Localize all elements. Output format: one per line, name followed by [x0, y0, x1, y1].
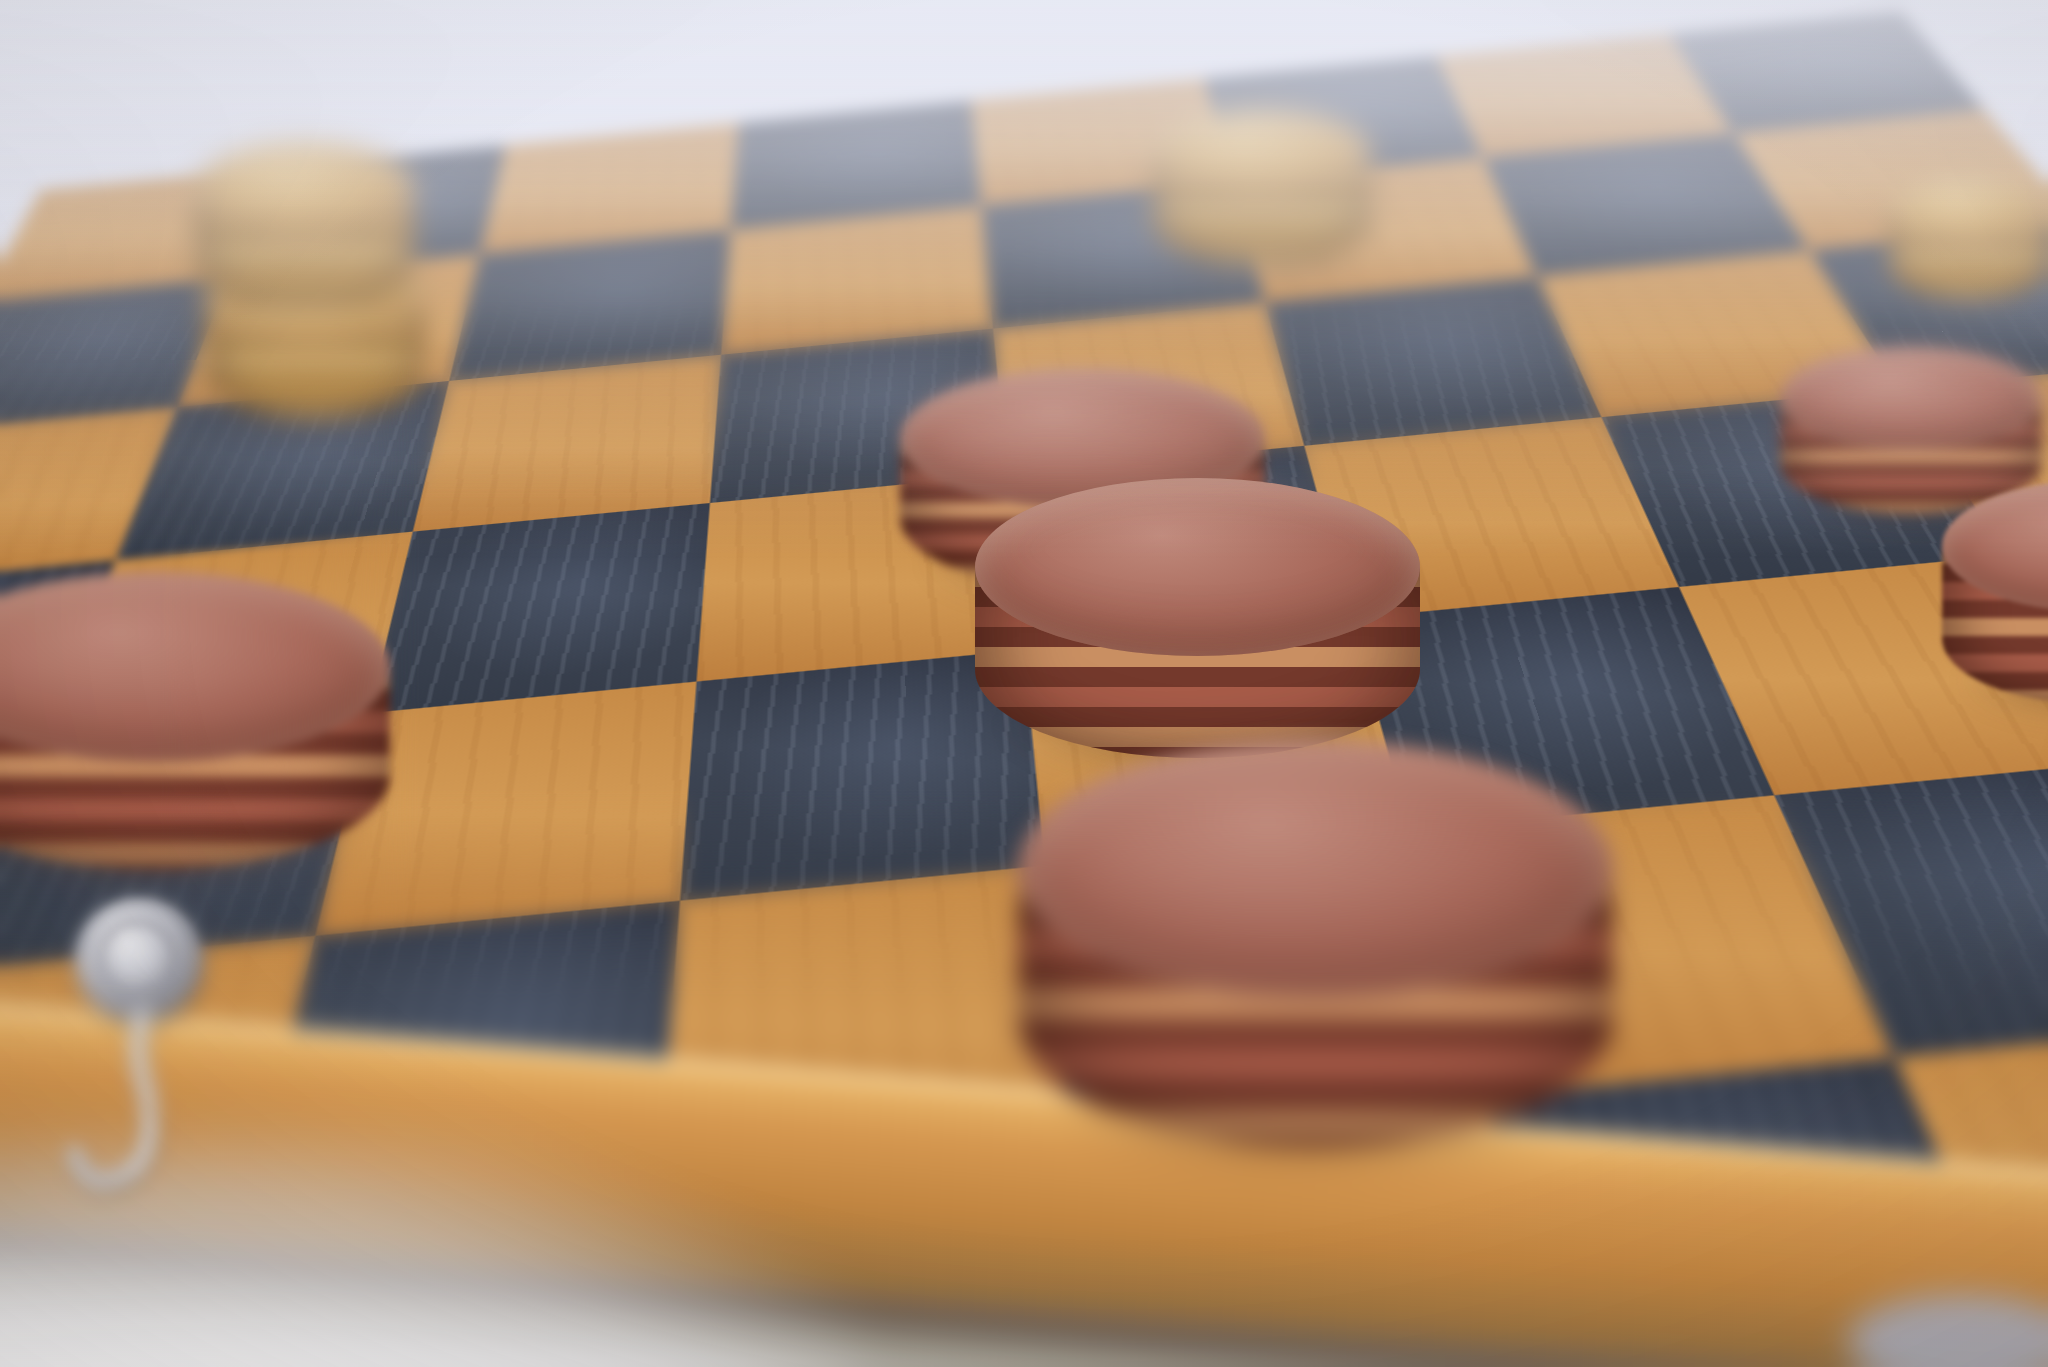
- piece-red-man-f3[interactable]: [1018, 740, 1613, 1148]
- piece-tan-man-e8[interactable]: [1152, 108, 1372, 266]
- piece-red-man-g4[interactable]: [1942, 480, 2048, 704]
- piece-tan-man-h7[interactable]: [1888, 176, 2048, 300]
- piece-tan-king-b7[interactable]: [195, 140, 415, 419]
- piece-red-man-b5[interactable]: [0, 572, 390, 870]
- photo-stage: [0, 0, 2048, 1367]
- pieces-layer: [0, 0, 2048, 1367]
- piece-red-man-e4[interactable]: [975, 478, 1420, 758]
